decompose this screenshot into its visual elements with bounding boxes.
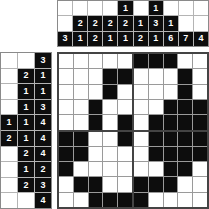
grid-cell[interactable] [178,115,192,129]
col-clue-cell: 1 [73,32,87,46]
grid-cell[interactable] [149,147,163,161]
grid-cell[interactable] [164,115,178,129]
grid-cell[interactable] [164,193,178,207]
row-clue-cell: 4 [35,115,51,130]
grid-cell[interactable] [134,177,148,191]
grid-cell[interactable] [59,147,73,161]
grid-cell[interactable] [118,147,132,161]
row-clue-cell: 1 [18,84,34,99]
grid-cell[interactable] [134,69,148,83]
grid-cell[interactable] [193,115,207,129]
grid-cell[interactable] [164,132,178,146]
grid-cell[interactable] [149,69,163,83]
col-clue-cell: 1 [134,16,148,30]
col-clue-cell: 3 [58,32,72,46]
grid-cell[interactable] [89,69,103,83]
grid-cell[interactable] [164,147,178,161]
grid-cell[interactable] [103,85,117,99]
row-clue-cell: 3 [35,100,51,115]
col-clue-cell [179,1,193,15]
grid-cell[interactable] [193,100,207,114]
grid-cell[interactable] [178,162,192,176]
grid-cell[interactable] [149,132,163,146]
grid-cell[interactable] [59,177,73,191]
grid-cell[interactable] [164,177,178,191]
grid-cell[interactable] [59,69,73,83]
grid-cell[interactable] [149,100,163,114]
col-clue-cell [194,16,208,30]
col-clue-cell: 2 [118,16,132,30]
grid-cell[interactable] [74,54,88,68]
grid-cell[interactable] [118,100,132,114]
grid-cell[interactable] [89,147,103,161]
col-clue-cell [164,1,178,15]
grid-cell[interactable] [193,147,207,161]
row-clue-cell: 3 [35,178,51,193]
grid-cell[interactable] [134,132,148,146]
grid-cell[interactable] [149,193,163,207]
grid-cell[interactable] [134,54,148,68]
col-clue-cell [179,16,193,30]
row-clue-cell: 3 [35,53,51,68]
row-clue-cell: 1 [18,100,34,115]
grid-cell[interactable] [74,85,88,99]
grid-cell[interactable] [164,54,178,68]
row-clue-cell: 4 [35,193,51,208]
col-clue-cell: 3 [149,16,163,30]
col-clue-cell: 2 [103,16,117,30]
row-clue-cell: 2 [35,162,51,177]
grid-cell[interactable] [89,132,103,146]
grid-cell[interactable] [134,147,148,161]
grid-cell[interactable] [178,177,192,191]
grid-cell[interactable] [193,54,207,68]
grid-cell[interactable] [134,193,148,207]
col-clue-cell: 2 [88,32,102,46]
grid-cell[interactable] [103,162,117,176]
grid-cell[interactable] [103,177,117,191]
grid-cell[interactable] [149,115,163,129]
row-clue-cell: 2 [18,178,34,193]
col-clue-cell [73,1,87,15]
grid-cell[interactable] [134,100,148,114]
grid-cell[interactable] [134,115,148,129]
nonogram-board: 1122221313121121674 32111131142142412234 [0,0,209,209]
corner-spacer [0,0,52,47]
grid-cell[interactable] [118,54,132,68]
col-clue-cell: 2 [88,16,102,30]
row-clue-cell [1,69,17,84]
grid-cell[interactable] [59,54,73,68]
grid-cell[interactable] [134,162,148,176]
row-clue-cell [1,100,17,115]
grid-cell[interactable] [89,193,103,207]
row-clue-cell: 4 [35,131,51,146]
grid-quadrant-bottom-left [59,132,132,208]
col-clue-cell: 2 [134,32,148,46]
row-clue-cell: 1 [18,131,34,146]
col-clue-cell [103,1,117,15]
grid-cell[interactable] [103,100,117,114]
grid-cell[interactable] [74,147,88,161]
grid-cell[interactable] [193,177,207,191]
row-clues: 32111131142142412234 [0,52,52,209]
column-clues: 1122221313121121674 [57,0,209,47]
row-clue-cell: 1 [18,115,34,130]
grid-cell[interactable] [118,193,132,207]
col-clue-cell: 2 [73,16,87,30]
grid-cell[interactable] [149,85,163,99]
grid-cell[interactable] [74,69,88,83]
grid-cell[interactable] [118,69,132,83]
grid-cell[interactable] [59,85,73,99]
grid-cell[interactable] [103,193,117,207]
col-clue-cell [88,1,102,15]
grid-cell[interactable] [149,54,163,68]
grid-cell[interactable] [89,177,103,191]
row-clue-cell: 1 [35,84,51,99]
grid-cell[interactable] [74,162,88,176]
col-clue-cell: 4 [194,32,208,46]
grid-cell[interactable] [74,115,88,129]
col-clue-cell [58,1,72,15]
row-clue-cell [18,193,34,208]
grid-cell[interactable] [89,100,103,114]
grid-cell[interactable] [118,162,132,176]
grid-cell[interactable] [89,54,103,68]
grid-cell[interactable] [178,54,192,68]
grid-cell[interactable] [193,162,207,176]
col-clue-cell: 7 [179,32,193,46]
row-clue-cell: 2 [18,147,34,162]
col-clue-cell: 1 [118,1,132,15]
col-clue-cell: 1 [164,16,178,30]
row-clue-cell: 1 [35,69,51,84]
row-clue-cell: 1 [1,115,17,130]
grid-cell[interactable] [89,85,103,99]
grid-cell[interactable] [193,193,207,207]
grid-cell[interactable] [178,85,192,99]
grid-cell[interactable] [164,85,178,99]
row-clue-cell [1,53,17,68]
grid-quadrant-bottom-right [134,132,207,208]
grid-cell[interactable] [178,69,192,83]
grid-cell[interactable] [178,147,192,161]
grid-cell[interactable] [164,162,178,176]
grid-cell[interactable] [164,69,178,83]
row-clue-cell [1,193,17,208]
col-clue-cell [58,16,72,30]
row-clue-cell [1,162,17,177]
grid-cell[interactable] [103,147,117,161]
row-clue-cell: 2 [1,131,17,146]
grid-quadrant-top-left [59,54,132,130]
grid-cell[interactable] [118,115,132,129]
col-clue-cell [134,1,148,15]
grid-cell[interactable] [74,132,88,146]
col-clue-cell: 1 [103,32,117,46]
grid-cell[interactable] [74,177,88,191]
grid-cell[interactable] [59,132,73,146]
grid-cell[interactable] [178,132,192,146]
grid-cell[interactable] [118,132,132,146]
grid-cell[interactable] [118,177,132,191]
grid-cell[interactable] [164,100,178,114]
grid-cell[interactable] [89,115,103,129]
col-clue-cell [194,1,208,15]
grid-cell[interactable] [103,132,117,146]
grid-cell[interactable] [59,193,73,207]
row-clue-cell [1,84,17,99]
grid-cell[interactable] [149,162,163,176]
row-clue-cell [1,147,17,162]
grid-cell[interactable] [149,177,163,191]
grid-cell[interactable] [59,115,73,129]
grid-cell[interactable] [178,193,192,207]
row-clue-cell [1,178,17,193]
grid-cell[interactable] [118,85,132,99]
col-clue-cell: 1 [149,32,163,46]
grid-cell[interactable] [134,85,148,99]
col-clue-cell: 1 [118,32,132,46]
grid-cell[interactable] [103,54,117,68]
grid-cell[interactable] [193,69,207,83]
row-clue-cell: 1 [18,162,34,177]
grid-quadrant-top-right [134,54,207,130]
grid-cell[interactable] [103,115,117,129]
grid-cell[interactable] [74,100,88,114]
puzzle-grid [57,52,209,209]
col-clue-cell: 6 [164,32,178,46]
grid-cell[interactable] [193,85,207,99]
grid-cell[interactable] [74,193,88,207]
col-clue-cell: 1 [149,1,163,15]
grid-cell[interactable] [89,162,103,176]
grid-cell[interactable] [178,100,192,114]
grid-cell[interactable] [103,69,117,83]
row-clue-cell: 2 [18,69,34,84]
row-clue-cell [18,53,34,68]
grid-cell[interactable] [59,100,73,114]
grid-cell[interactable] [59,162,73,176]
row-clue-cell: 4 [35,147,51,162]
grid-cell[interactable] [193,132,207,146]
